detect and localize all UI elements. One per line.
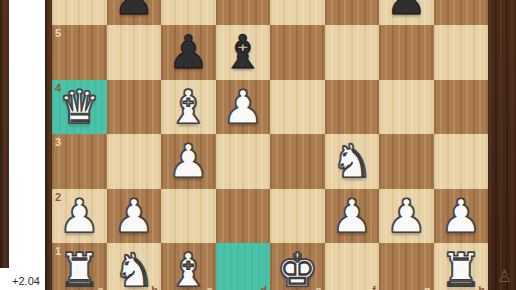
square-c1[interactable]: c♝ (161, 243, 216, 290)
black-pawn-b6[interactable]: ♟ (107, 0, 162, 25)
square-b5[interactable] (107, 25, 162, 80)
square-f5[interactable] (325, 25, 380, 80)
white-pawn-d4[interactable]: ♟ (216, 80, 271, 135)
square-g5[interactable] (379, 25, 434, 80)
black-pawn-c5[interactable]: ♟ (161, 25, 216, 80)
black-bishop-d5[interactable]: ♝ (216, 25, 271, 80)
square-c5[interactable]: ♟ (161, 25, 216, 80)
square-e3[interactable] (270, 134, 325, 189)
wood-border-inner (45, 0, 52, 290)
white-bishop-c1[interactable]: ♝ (161, 243, 216, 290)
square-g3[interactable] (379, 134, 434, 189)
square-d2[interactable] (216, 189, 271, 244)
square-a1[interactable]: 1a♜ (52, 243, 107, 290)
square-b6[interactable]: ♟ (107, 0, 162, 25)
square-a4[interactable]: 4♛ (52, 80, 107, 135)
square-a3[interactable]: 3 (52, 134, 107, 189)
square-e1[interactable]: e♚ (270, 243, 325, 290)
square-c2[interactable] (161, 189, 216, 244)
white-pawn-c3[interactable]: ♟ (161, 134, 216, 189)
rank-label-5: 5 (55, 27, 61, 39)
video-frame: +2.04 876♟♟5♟♝4♛♝♟3♟♞2♟♟♟♟♟1a♜b♞c♝de♚fgh… (0, 0, 516, 290)
square-f3[interactable]: ♞ (325, 134, 380, 189)
square-b4[interactable] (107, 80, 162, 135)
eval-score: +2.04 (4, 275, 48, 287)
square-h1[interactable]: h♜ (434, 243, 489, 290)
square-e4[interactable] (270, 80, 325, 135)
square-h2[interactable]: ♟ (434, 189, 489, 244)
square-h5[interactable] (434, 25, 489, 80)
square-d3[interactable] (216, 134, 271, 189)
square-b2[interactable]: ♟ (107, 189, 162, 244)
wood-border-left (0, 0, 9, 268)
square-f1[interactable]: f (325, 243, 380, 290)
black-pawn-g6[interactable]: ♟ (379, 0, 434, 25)
white-knight-b1[interactable]: ♞ (107, 243, 162, 290)
chess-board: 876♟♟5♟♝4♛♝♟3♟♞2♟♟♟♟♟1a♜b♞c♝de♚fgh♜ (52, 0, 488, 290)
square-e5[interactable] (270, 25, 325, 80)
white-pawn-a2[interactable]: ♟ (52, 189, 107, 244)
file-label-f: f (372, 284, 376, 290)
white-pawn-g2[interactable]: ♟ (379, 189, 434, 244)
white-bishop-c4[interactable]: ♝ (161, 80, 216, 135)
square-c3[interactable]: ♟ (161, 134, 216, 189)
square-a2[interactable]: 2♟ (52, 189, 107, 244)
white-rook-a1[interactable]: ♜ (52, 243, 107, 290)
square-c6[interactable] (161, 0, 216, 25)
square-a5[interactable]: 5 (52, 25, 107, 80)
border-watermark-pawn-icon: ♙ (497, 266, 512, 286)
square-d5[interactable]: ♝ (216, 25, 271, 80)
square-f4[interactable] (325, 80, 380, 135)
file-label-d: d (260, 284, 267, 290)
square-g2[interactable]: ♟ (379, 189, 434, 244)
square-d4[interactable]: ♟ (216, 80, 271, 135)
square-d6[interactable] (216, 0, 271, 25)
square-g6[interactable]: ♟ (379, 0, 434, 25)
square-h6[interactable] (434, 0, 489, 25)
rank-label-3: 3 (55, 136, 61, 148)
square-f2[interactable]: ♟ (325, 189, 380, 244)
square-b3[interactable] (107, 134, 162, 189)
white-rook-h1[interactable]: ♜ (434, 243, 489, 290)
square-e6[interactable] (270, 0, 325, 25)
square-h4[interactable] (434, 80, 489, 135)
square-f6[interactable] (325, 0, 380, 25)
square-g1[interactable]: g (379, 243, 434, 290)
file-label-g: g (424, 284, 431, 290)
square-c4[interactable]: ♝ (161, 80, 216, 135)
square-d1[interactable]: d (216, 243, 271, 290)
square-e2[interactable] (270, 189, 325, 244)
white-pawn-b2[interactable]: ♟ (107, 189, 162, 244)
square-g4[interactable] (379, 80, 434, 135)
square-h3[interactable] (434, 134, 489, 189)
square-a6[interactable]: 6 (52, 0, 107, 25)
white-pawn-h2[interactable]: ♟ (434, 189, 489, 244)
white-queen-a4[interactable]: ♛ (52, 80, 107, 135)
white-pawn-f2[interactable]: ♟ (325, 189, 380, 244)
white-king-e1[interactable]: ♚ (270, 243, 325, 290)
square-b1[interactable]: b♞ (107, 243, 162, 290)
white-knight-f3[interactable]: ♞ (325, 134, 380, 189)
